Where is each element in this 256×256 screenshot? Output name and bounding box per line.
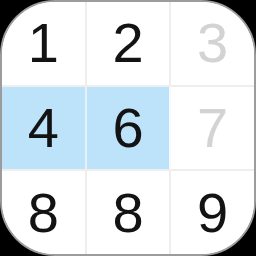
cell-r2c3[interactable]: 7 xyxy=(171,87,254,170)
cell-r3c3[interactable]: 9 xyxy=(171,171,254,254)
cell-r1c2[interactable]: 2 xyxy=(87,2,170,85)
cell-r1c3[interactable]: 3 xyxy=(171,2,254,85)
cell-r2c1[interactable]: 4 xyxy=(2,87,85,170)
puzzle-app-tile: 1 2 3 4 6 7 8 8 9 xyxy=(0,0,256,256)
cell-r3c1[interactable]: 8 xyxy=(2,171,85,254)
cell-r2c2[interactable]: 6 xyxy=(87,87,170,170)
screenshot-stage: 1 2 3 4 6 7 8 8 9 xyxy=(0,0,256,256)
cell-r1c1[interactable]: 1 xyxy=(2,2,85,85)
grid-line-right-of-highlighted-cells xyxy=(169,87,171,170)
number-grid: 1 2 3 4 6 7 8 8 9 xyxy=(2,2,254,254)
grid-line-between-highlighted-cells xyxy=(85,87,87,170)
cell-r3c2[interactable]: 8 xyxy=(87,171,170,254)
